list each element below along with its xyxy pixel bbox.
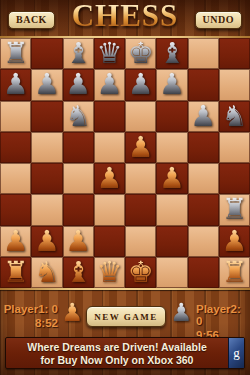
piece-white-pawn: ♟ [31, 226, 62, 257]
piece-black-pawn: ♟ [63, 69, 94, 100]
chess-board: ♜♝♛♚♝♟♟♟♟♟♟♞♟♞♟♟♟♜♟♟♟♟♜♞♝♛♚♜ [0, 38, 250, 288]
piece-white-pawn: ♟ [125, 132, 156, 163]
white-pawn-icon: ♟ [61, 299, 83, 327]
square-b8[interactable] [31, 38, 62, 69]
app-title: CHESS [72, 0, 179, 34]
square-b1[interactable]: ♞ [31, 257, 62, 288]
piece-black-bishop: ♝ [156, 38, 187, 69]
square-a3[interactable] [0, 194, 31, 225]
black-pawn-icon: ♟ [170, 299, 192, 327]
square-e1[interactable]: ♚ [125, 257, 156, 288]
piece-black-bishop: ♝ [63, 38, 94, 69]
square-a6[interactable] [0, 101, 31, 132]
piece-white-king: ♚ [125, 257, 156, 288]
square-f1[interactable] [156, 257, 187, 288]
player1-score: Player1: 0 [2, 303, 58, 315]
piece-white-knight: ♞ [31, 257, 62, 288]
square-a7[interactable]: ♟ [0, 69, 31, 100]
square-e6[interactable] [125, 101, 156, 132]
square-g1[interactable] [188, 257, 219, 288]
undo-button[interactable]: UNDO [195, 11, 242, 29]
square-d2[interactable] [94, 226, 125, 257]
player1-clock: 8:52 [2, 317, 58, 329]
square-h3[interactable]: ♜ [219, 194, 250, 225]
square-f4[interactable]: ♟ [156, 163, 187, 194]
piece-white-rook: ♜ [219, 257, 250, 288]
square-f2[interactable] [156, 226, 187, 257]
piece-black-knight: ♞ [219, 101, 250, 132]
square-g3[interactable] [188, 194, 219, 225]
square-f5[interactable] [156, 132, 187, 163]
square-c5[interactable] [63, 132, 94, 163]
square-f3[interactable] [156, 194, 187, 225]
gold-divider-bottom [0, 288, 250, 290]
square-g6[interactable]: ♟ [188, 101, 219, 132]
piece-black-king: ♚ [125, 38, 156, 69]
piece-white-pawn: ♟ [0, 226, 31, 257]
square-h4[interactable] [219, 163, 250, 194]
square-a4[interactable] [0, 163, 31, 194]
piece-black-pawn: ♟ [188, 101, 219, 132]
square-e5[interactable]: ♟ [125, 132, 156, 163]
piece-white-pawn: ♟ [63, 226, 94, 257]
piece-black-pawn: ♟ [156, 69, 187, 100]
square-a8[interactable]: ♜ [0, 38, 31, 69]
piece-white-pawn: ♟ [219, 226, 250, 257]
header-bar: BACK CHESS UNDO [0, 0, 250, 36]
ad-line1: Where Dreams are Driven! Available [6, 340, 228, 354]
square-c8[interactable]: ♝ [63, 38, 94, 69]
piece-black-rook: ♜ [219, 194, 250, 225]
google-ad-badge[interactable]: g [228, 338, 244, 368]
piece-black-knight: ♞ [63, 101, 94, 132]
piece-black-pawn: ♟ [125, 69, 156, 100]
piece-white-queen: ♛ [94, 257, 125, 288]
square-e2[interactable] [125, 226, 156, 257]
square-g2[interactable] [188, 226, 219, 257]
square-h7[interactable] [219, 69, 250, 100]
back-button[interactable]: BACK [8, 11, 55, 29]
square-g5[interactable] [188, 132, 219, 163]
square-d6[interactable] [94, 101, 125, 132]
piece-black-pawn: ♟ [0, 69, 31, 100]
square-a1[interactable]: ♜ [0, 257, 31, 288]
square-e8[interactable]: ♚ [125, 38, 156, 69]
piece-white-rook: ♜ [0, 257, 31, 288]
square-d8[interactable]: ♛ [94, 38, 125, 69]
ad-line2: for Buy Now Only on Xbox 360 [6, 353, 228, 367]
square-c2[interactable]: ♟ [63, 226, 94, 257]
square-e7[interactable]: ♟ [125, 69, 156, 100]
square-b2[interactable]: ♟ [31, 226, 62, 257]
square-f7[interactable]: ♟ [156, 69, 187, 100]
player2-score: Player2: 0 [196, 303, 250, 327]
player2-panel: Player2: 0 9:56 [196, 303, 250, 341]
piece-white-bishop: ♝ [63, 257, 94, 288]
piece-white-pawn: ♟ [94, 163, 125, 194]
square-h5[interactable] [219, 132, 250, 163]
new-game-button[interactable]: NEW GAME [86, 306, 166, 327]
square-g7[interactable] [188, 69, 219, 100]
square-e4[interactable] [125, 163, 156, 194]
square-h6[interactable]: ♞ [219, 101, 250, 132]
square-a5[interactable] [0, 132, 31, 163]
square-d3[interactable] [94, 194, 125, 225]
square-g4[interactable] [188, 163, 219, 194]
ad-banner[interactable]: Where Dreams are Driven! Available for B… [5, 337, 245, 369]
piece-black-pawn: ♟ [94, 69, 125, 100]
square-h1[interactable]: ♜ [219, 257, 250, 288]
piece-white-pawn: ♟ [156, 163, 187, 194]
square-e3[interactable] [125, 194, 156, 225]
piece-black-pawn: ♟ [31, 69, 62, 100]
square-a2[interactable]: ♟ [0, 226, 31, 257]
square-b4[interactable] [31, 163, 62, 194]
square-b7[interactable]: ♟ [31, 69, 62, 100]
square-f8[interactable]: ♝ [156, 38, 187, 69]
square-g8[interactable] [188, 38, 219, 69]
square-f6[interactable] [156, 101, 187, 132]
square-d7[interactable]: ♟ [94, 69, 125, 100]
square-h2[interactable]: ♟ [219, 226, 250, 257]
square-b6[interactable] [31, 101, 62, 132]
square-c3[interactable] [63, 194, 94, 225]
piece-black-rook: ♜ [0, 38, 31, 69]
square-c1[interactable]: ♝ [63, 257, 94, 288]
app-frame: BACK CHESS UNDO ♜♝♛♚♝♟♟♟♟♟♟♞♟♞♟♟♟♜♟♟♟♟♜♞… [0, 0, 250, 375]
square-c4[interactable] [63, 163, 94, 194]
square-b5[interactable] [31, 132, 62, 163]
piece-black-queen: ♛ [94, 38, 125, 69]
player1-panel: Player1: 0 8:52 [2, 303, 58, 329]
square-d1[interactable]: ♛ [94, 257, 125, 288]
square-c7[interactable]: ♟ [63, 69, 94, 100]
square-d5[interactable] [94, 132, 125, 163]
square-b3[interactable] [31, 194, 62, 225]
square-c6[interactable]: ♞ [63, 101, 94, 132]
square-d4[interactable]: ♟ [94, 163, 125, 194]
square-h8[interactable] [219, 38, 250, 69]
